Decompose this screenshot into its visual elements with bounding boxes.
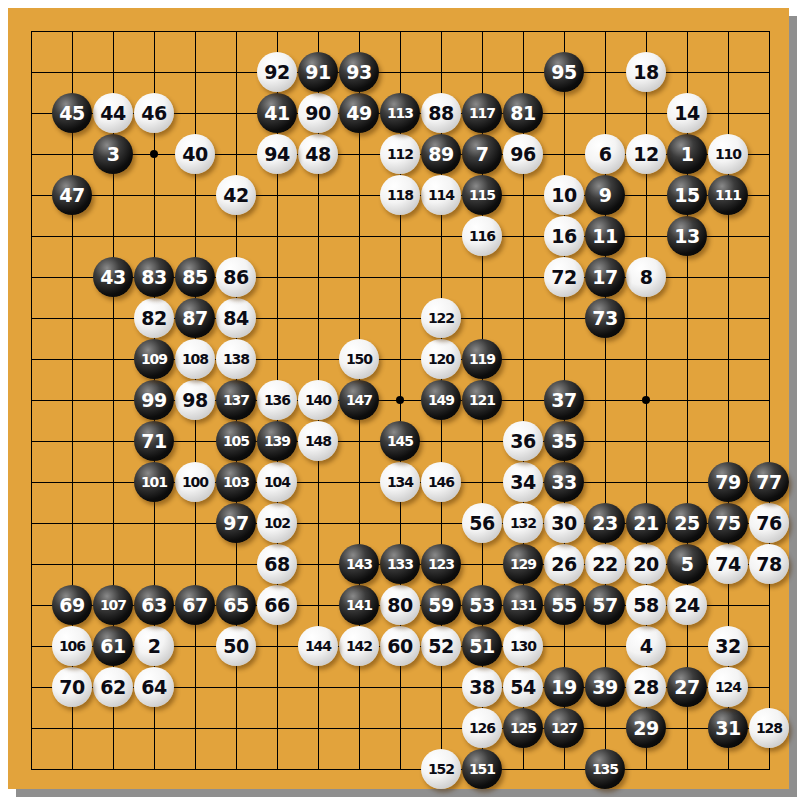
stone-black-91: 91	[298, 52, 338, 92]
stone-black-61: 61	[93, 626, 133, 666]
move-number-label: 118	[387, 188, 413, 202]
stone-black-25: 25	[667, 503, 707, 543]
stone-black-129: 129	[503, 544, 543, 584]
move-number-label: 144	[305, 639, 331, 653]
stone-black-85: 85	[175, 257, 215, 297]
move-number-label: 14	[674, 104, 699, 123]
move-number-label: 68	[264, 555, 289, 574]
move-number-label: 26	[551, 555, 576, 574]
stone-black-55: 55	[544, 585, 584, 625]
move-number-label: 152	[428, 762, 454, 776]
move-number-label: 103	[223, 475, 249, 489]
stone-white-88: 88	[421, 93, 461, 133]
move-number-label: 150	[346, 352, 372, 366]
stone-white-114: 114	[421, 175, 461, 215]
stone-black-69: 69	[52, 585, 92, 625]
stone-white-38: 38	[462, 667, 502, 707]
stone-black-15: 15	[667, 175, 707, 215]
move-number-label: 147	[346, 393, 372, 407]
stone-black-53: 53	[462, 585, 502, 625]
hoshi-point	[396, 396, 404, 404]
stone-black-11: 11	[585, 216, 625, 256]
stone-black-29: 29	[626, 708, 666, 748]
stone-black-101: 101	[134, 462, 174, 502]
move-number-label: 54	[510, 678, 535, 697]
stone-white-124: 124	[708, 667, 748, 707]
stone-black-27: 27	[667, 667, 707, 707]
stone-black-33: 33	[544, 462, 584, 502]
stone-black-125: 125	[503, 708, 543, 748]
move-number-label: 62	[100, 678, 125, 697]
move-number-label: 128	[756, 721, 782, 735]
stone-white-72: 72	[544, 257, 584, 297]
stone-black-111: 111	[708, 175, 748, 215]
stone-black-7: 7	[462, 134, 502, 174]
stone-black-151: 151	[462, 749, 502, 789]
stone-white-16: 16	[544, 216, 584, 256]
stone-white-96: 96	[503, 134, 543, 174]
move-number-label: 39	[592, 678, 617, 697]
move-number-label: 51	[469, 637, 494, 656]
move-number-label: 27	[674, 678, 699, 697]
move-number-label: 57	[592, 596, 617, 615]
move-number-label: 37	[551, 391, 576, 410]
stone-white-42: 42	[216, 175, 256, 215]
stone-white-132: 132	[503, 503, 543, 543]
stone-black-93: 93	[339, 52, 379, 92]
stone-black-65: 65	[216, 585, 256, 625]
move-number-label: 49	[346, 104, 371, 123]
stone-black-97: 97	[216, 503, 256, 543]
move-number-label: 104	[264, 475, 290, 489]
move-number-label: 83	[141, 268, 166, 287]
stone-black-23: 23	[585, 503, 625, 543]
stone-white-62: 62	[93, 667, 133, 707]
move-number-label: 89	[428, 145, 453, 164]
stone-white-140: 140	[298, 380, 338, 420]
stone-black-1: 1	[667, 134, 707, 174]
page-background: 1234567891011121314151617181920212223242…	[0, 0, 800, 800]
stone-black-47: 47	[52, 175, 92, 215]
move-number-label: 28	[633, 678, 658, 697]
stone-black-57: 57	[585, 585, 625, 625]
stone-white-152: 152	[421, 749, 461, 789]
stone-white-136: 136	[257, 380, 297, 420]
move-number-label: 105	[223, 434, 249, 448]
move-number-label: 111	[715, 188, 741, 202]
move-number-label: 79	[715, 473, 740, 492]
move-number-label: 18	[633, 63, 658, 82]
stone-white-70: 70	[52, 667, 92, 707]
move-number-label: 96	[510, 145, 535, 164]
go-board[interactable]: 1234567891011121314151617181920212223242…	[8, 8, 789, 789]
stone-black-99: 99	[134, 380, 174, 420]
move-number-label: 69	[59, 596, 84, 615]
stone-white-86: 86	[216, 257, 256, 297]
stone-black-49: 49	[339, 93, 379, 133]
stone-black-141: 141	[339, 585, 379, 625]
move-number-label: 133	[387, 557, 413, 571]
grid-line-horizontal	[31, 769, 770, 770]
stone-black-147: 147	[339, 380, 379, 420]
stone-white-44: 44	[93, 93, 133, 133]
stone-black-41: 41	[257, 93, 297, 133]
stone-black-63: 63	[134, 585, 174, 625]
stone-black-113: 113	[380, 93, 420, 133]
move-number-label: 130	[510, 639, 536, 653]
stone-black-35: 35	[544, 421, 584, 461]
stone-black-107: 107	[93, 585, 133, 625]
move-number-label: 148	[305, 434, 331, 448]
stone-white-130: 130	[503, 626, 543, 666]
stone-black-145: 145	[380, 421, 420, 461]
stone-white-106: 106	[52, 626, 92, 666]
move-number-label: 36	[510, 432, 535, 451]
move-number-label: 63	[141, 596, 166, 615]
move-number-label: 58	[633, 596, 658, 615]
stone-white-40: 40	[175, 134, 215, 174]
move-number-label: 46	[141, 104, 166, 123]
move-number-label: 149	[428, 393, 454, 407]
stone-black-123: 123	[421, 544, 461, 584]
move-number-label: 135	[592, 762, 618, 776]
move-number-label: 31	[715, 719, 740, 738]
move-number-label: 101	[141, 475, 167, 489]
stone-white-120: 120	[421, 339, 461, 379]
stone-black-21: 21	[626, 503, 666, 543]
move-number-label: 126	[469, 721, 495, 735]
stone-white-112: 112	[380, 134, 420, 174]
move-number-label: 59	[428, 596, 453, 615]
move-number-label: 122	[428, 311, 454, 325]
move-number-label: 75	[715, 514, 740, 533]
move-number-label: 139	[264, 434, 290, 448]
stone-black-45: 45	[52, 93, 92, 133]
stone-white-92: 92	[257, 52, 297, 92]
move-number-label: 145	[387, 434, 413, 448]
move-number-label: 7	[476, 145, 489, 164]
stone-black-127: 127	[544, 708, 584, 748]
stone-white-150: 150	[339, 339, 379, 379]
stone-white-116: 116	[462, 216, 502, 256]
move-number-label: 117	[469, 106, 495, 120]
stone-white-66: 66	[257, 585, 297, 625]
stone-black-87: 87	[175, 298, 215, 338]
move-number-label: 38	[469, 678, 494, 697]
move-number-label: 109	[141, 352, 167, 366]
move-number-label: 50	[223, 637, 248, 656]
move-number-label: 140	[305, 393, 331, 407]
move-number-label: 56	[469, 514, 494, 533]
stone-white-24: 24	[667, 585, 707, 625]
stone-white-142: 142	[339, 626, 379, 666]
stone-white-118: 118	[380, 175, 420, 215]
move-number-label: 25	[674, 514, 699, 533]
stone-white-78: 78	[749, 544, 789, 584]
stone-white-34: 34	[503, 462, 543, 502]
move-number-label: 112	[387, 147, 413, 161]
stone-white-94: 94	[257, 134, 297, 174]
move-number-label: 5	[681, 555, 694, 574]
stone-white-52: 52	[421, 626, 461, 666]
hoshi-point	[642, 396, 650, 404]
stone-white-102: 102	[257, 503, 297, 543]
stone-white-50: 50	[216, 626, 256, 666]
stone-white-148: 148	[298, 421, 338, 461]
move-number-label: 2	[148, 637, 161, 656]
move-number-label: 72	[551, 268, 576, 287]
stone-white-146: 146	[421, 462, 461, 502]
move-number-label: 84	[223, 309, 248, 328]
stone-white-128: 128	[749, 708, 789, 748]
stone-white-76: 76	[749, 503, 789, 543]
move-number-label: 85	[182, 268, 207, 287]
stone-white-2: 2	[134, 626, 174, 666]
stone-black-3: 3	[93, 134, 133, 174]
move-number-label: 73	[592, 309, 617, 328]
stone-white-68: 68	[257, 544, 297, 584]
stone-white-28: 28	[626, 667, 666, 707]
stone-white-54: 54	[503, 667, 543, 707]
stone-black-83: 83	[134, 257, 174, 297]
stone-white-104: 104	[257, 462, 297, 502]
stone-white-26: 26	[544, 544, 584, 584]
stone-white-22: 22	[585, 544, 625, 584]
stone-black-117: 117	[462, 93, 502, 133]
move-number-label: 82	[141, 309, 166, 328]
move-number-label: 123	[428, 557, 454, 571]
move-number-label: 131	[510, 598, 536, 612]
move-number-label: 125	[510, 721, 536, 735]
move-number-label: 61	[100, 637, 125, 656]
stone-white-36: 36	[503, 421, 543, 461]
move-number-label: 80	[387, 596, 412, 615]
move-number-label: 134	[387, 475, 413, 489]
move-number-label: 34	[510, 473, 535, 492]
stone-black-121: 121	[462, 380, 502, 420]
stone-black-103: 103	[216, 462, 256, 502]
stone-white-4: 4	[626, 626, 666, 666]
move-number-label: 35	[551, 432, 576, 451]
move-number-label: 30	[551, 514, 576, 533]
stone-black-19: 19	[544, 667, 584, 707]
stone-black-43: 43	[93, 257, 133, 297]
stone-black-37: 37	[544, 380, 584, 420]
stone-black-89: 89	[421, 134, 461, 174]
stone-black-51: 51	[462, 626, 502, 666]
move-number-label: 106	[59, 639, 85, 653]
move-number-label: 44	[100, 104, 125, 123]
stone-black-71: 71	[134, 421, 174, 461]
move-number-label: 8	[640, 268, 653, 287]
move-number-label: 132	[510, 516, 536, 530]
move-number-label: 22	[592, 555, 617, 574]
stone-white-82: 82	[134, 298, 174, 338]
move-number-label: 91	[305, 63, 330, 82]
move-number-label: 53	[469, 596, 494, 615]
stone-white-6: 6	[585, 134, 625, 174]
move-number-label: 65	[223, 596, 248, 615]
move-number-label: 146	[428, 475, 454, 489]
move-number-label: 3	[107, 145, 120, 164]
move-number-label: 33	[551, 473, 576, 492]
stone-white-32: 32	[708, 626, 748, 666]
move-number-label: 20	[633, 555, 658, 574]
stone-white-8: 8	[626, 257, 666, 297]
move-number-label: 127	[551, 721, 577, 735]
stone-black-115: 115	[462, 175, 502, 215]
stone-black-5: 5	[667, 544, 707, 584]
stone-black-77: 77	[749, 462, 789, 502]
move-number-label: 94	[264, 145, 289, 164]
stone-black-81: 81	[503, 93, 543, 133]
stone-black-105: 105	[216, 421, 256, 461]
move-number-label: 66	[264, 596, 289, 615]
stone-white-10: 10	[544, 175, 584, 215]
move-number-label: 43	[100, 268, 125, 287]
stone-black-95: 95	[544, 52, 584, 92]
stone-black-143: 143	[339, 544, 379, 584]
move-number-label: 110	[715, 147, 741, 161]
move-number-label: 52	[428, 637, 453, 656]
move-number-label: 24	[674, 596, 699, 615]
stone-black-79: 79	[708, 462, 748, 502]
move-number-label: 95	[551, 63, 576, 82]
move-number-label: 23	[592, 514, 617, 533]
move-number-label: 16	[551, 227, 576, 246]
stone-white-134: 134	[380, 462, 420, 502]
move-number-label: 99	[141, 391, 166, 410]
move-number-label: 74	[715, 555, 740, 574]
move-number-label: 41	[264, 104, 289, 123]
move-number-label: 121	[469, 393, 495, 407]
stone-black-17: 17	[585, 257, 625, 297]
stone-black-75: 75	[708, 503, 748, 543]
move-number-label: 71	[141, 432, 166, 451]
stone-white-58: 58	[626, 585, 666, 625]
move-number-label: 29	[633, 719, 658, 738]
move-number-label: 114	[428, 188, 454, 202]
move-number-label: 67	[182, 596, 207, 615]
stone-black-59: 59	[421, 585, 461, 625]
move-number-label: 129	[510, 557, 536, 571]
stone-white-144: 144	[298, 626, 338, 666]
stone-black-13: 13	[667, 216, 707, 256]
move-number-label: 93	[346, 63, 371, 82]
move-number-label: 64	[141, 678, 166, 697]
move-number-label: 60	[387, 637, 412, 656]
stone-white-20: 20	[626, 544, 666, 584]
move-number-label: 100	[182, 475, 208, 489]
move-number-label: 55	[551, 596, 576, 615]
stone-black-131: 131	[503, 585, 543, 625]
stone-white-108: 108	[175, 339, 215, 379]
stone-white-110: 110	[708, 134, 748, 174]
move-number-label: 6	[599, 145, 612, 164]
stone-black-109: 109	[134, 339, 174, 379]
move-number-label: 143	[346, 557, 372, 571]
stone-white-84: 84	[216, 298, 256, 338]
move-number-label: 76	[756, 514, 781, 533]
move-number-label: 92	[264, 63, 289, 82]
stone-white-122: 122	[421, 298, 461, 338]
move-number-label: 40	[182, 145, 207, 164]
stone-white-48: 48	[298, 134, 338, 174]
stone-white-126: 126	[462, 708, 502, 748]
stone-black-39: 39	[585, 667, 625, 707]
move-number-label: 32	[715, 637, 740, 656]
stone-white-64: 64	[134, 667, 174, 707]
move-number-label: 116	[469, 229, 495, 243]
stone-black-137: 137	[216, 380, 256, 420]
stone-white-56: 56	[462, 503, 502, 543]
move-number-label: 9	[599, 186, 612, 205]
move-number-label: 138	[223, 352, 249, 366]
move-number-label: 78	[756, 555, 781, 574]
stone-white-74: 74	[708, 544, 748, 584]
move-number-label: 142	[346, 639, 372, 653]
stone-white-30: 30	[544, 503, 584, 543]
move-number-label: 98	[182, 391, 207, 410]
move-number-label: 47	[59, 186, 84, 205]
move-number-label: 87	[182, 309, 207, 328]
move-number-label: 70	[59, 678, 84, 697]
move-number-label: 119	[469, 352, 495, 366]
move-number-label: 151	[469, 762, 495, 776]
stone-black-149: 149	[421, 380, 461, 420]
move-number-label: 19	[551, 678, 576, 697]
move-number-label: 77	[756, 473, 781, 492]
move-number-label: 1	[681, 145, 694, 164]
stone-black-73: 73	[585, 298, 625, 338]
move-number-label: 48	[305, 145, 330, 164]
move-number-label: 124	[715, 680, 741, 694]
grid-line-vertical	[769, 31, 770, 770]
stone-black-133: 133	[380, 544, 420, 584]
stone-black-9: 9	[585, 175, 625, 215]
move-number-label: 102	[264, 516, 290, 530]
stone-white-100: 100	[175, 462, 215, 502]
stone-white-98: 98	[175, 380, 215, 420]
move-number-label: 42	[223, 186, 248, 205]
move-number-label: 4	[640, 637, 653, 656]
stone-white-90: 90	[298, 93, 338, 133]
move-number-label: 141	[346, 598, 372, 612]
move-number-label: 115	[469, 188, 495, 202]
stone-black-31: 31	[708, 708, 748, 748]
move-number-label: 137	[223, 393, 249, 407]
stone-black-67: 67	[175, 585, 215, 625]
move-number-label: 13	[674, 227, 699, 246]
stone-black-139: 139	[257, 421, 297, 461]
stone-black-119: 119	[462, 339, 502, 379]
move-number-label: 10	[551, 186, 576, 205]
stone-white-138: 138	[216, 339, 256, 379]
move-number-label: 86	[223, 268, 248, 287]
move-number-label: 15	[674, 186, 699, 205]
move-number-label: 90	[305, 104, 330, 123]
stone-white-80: 80	[380, 585, 420, 625]
move-number-label: 88	[428, 104, 453, 123]
move-number-label: 17	[592, 268, 617, 287]
move-number-label: 12	[633, 145, 658, 164]
stone-white-14: 14	[667, 93, 707, 133]
move-number-label: 97	[223, 514, 248, 533]
move-number-label: 81	[510, 104, 535, 123]
move-number-label: 120	[428, 352, 454, 366]
move-number-label: 136	[264, 393, 290, 407]
hoshi-point	[150, 150, 158, 158]
